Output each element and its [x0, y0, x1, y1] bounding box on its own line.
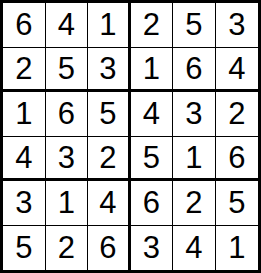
- cell-r2c1[interactable]: 2: [3, 48, 46, 93]
- cell-r1c2[interactable]: 4: [46, 3, 89, 48]
- cell-r4c3[interactable]: 2: [88, 137, 131, 182]
- cell-r6c3[interactable]: 6: [88, 226, 131, 271]
- cell-r5c1[interactable]: 3: [3, 181, 46, 226]
- cell-r3c1[interactable]: 1: [3, 92, 46, 137]
- cell-r5c3[interactable]: 4: [88, 181, 131, 226]
- cell-r3c3[interactable]: 5: [88, 92, 131, 137]
- cell-r1c4[interactable]: 2: [131, 3, 174, 48]
- cell-r2c6[interactable]: 4: [216, 48, 259, 93]
- cell-r4c5[interactable]: 1: [173, 137, 216, 182]
- cell-r5c2[interactable]: 1: [46, 181, 89, 226]
- cell-r4c1[interactable]: 4: [3, 137, 46, 182]
- cell-r6c5[interactable]: 4: [173, 226, 216, 271]
- cell-r6c6[interactable]: 1: [216, 226, 259, 271]
- sudoku-board: 6 4 1 2 5 3 2 5 3 1 6 4 1 6 5 4 3 2 4 3 …: [0, 0, 261, 273]
- cell-r6c2[interactable]: 2: [46, 226, 89, 271]
- cell-r3c4[interactable]: 4: [131, 92, 174, 137]
- cell-r1c1[interactable]: 6: [3, 3, 46, 48]
- cell-r3c2[interactable]: 6: [46, 92, 89, 137]
- cell-r1c5[interactable]: 5: [173, 3, 216, 48]
- cell-r3c6[interactable]: 2: [216, 92, 259, 137]
- cell-r1c6[interactable]: 3: [216, 3, 259, 48]
- cell-r5c5[interactable]: 2: [173, 181, 216, 226]
- cell-r4c4[interactable]: 5: [131, 137, 174, 182]
- cell-r1c3[interactable]: 1: [88, 3, 131, 48]
- cell-r6c1[interactable]: 5: [3, 226, 46, 271]
- cell-r4c2[interactable]: 3: [46, 137, 89, 182]
- cell-r2c3[interactable]: 3: [88, 48, 131, 93]
- cell-r2c4[interactable]: 1: [131, 48, 174, 93]
- cell-r5c4[interactable]: 6: [131, 181, 174, 226]
- cell-r4c6[interactable]: 6: [216, 137, 259, 182]
- cell-r3c5[interactable]: 3: [173, 92, 216, 137]
- cell-r5c6[interactable]: 5: [216, 181, 259, 226]
- cell-r2c5[interactable]: 6: [173, 48, 216, 93]
- cell-r2c2[interactable]: 5: [46, 48, 89, 93]
- cell-r6c4[interactable]: 3: [131, 226, 174, 271]
